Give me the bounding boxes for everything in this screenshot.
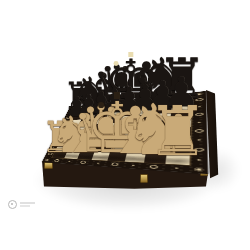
frame-ornament-icon: [80, 160, 87, 163]
frame-ornament-icon: [70, 112, 72, 113]
frame-ornament-icon: [197, 106, 200, 107]
finial-icon: [128, 52, 133, 57]
frame-ornament-icon: [64, 123, 66, 124]
finial-icon: [114, 61, 119, 66]
frame-ornament-icon: [97, 162, 100, 163]
watermark-logo: [8, 200, 35, 209]
square-h1: [165, 154, 189, 165]
square-f3: [129, 136, 149, 144]
square-h3: [168, 136, 191, 145]
frame-ornament-icon: [195, 93, 202, 96]
frame-ornament-icon: [197, 139, 201, 140]
square-g3: [147, 136, 168, 145]
frame-ornament-icon: [59, 134, 61, 135]
frame-ornament-icon: [45, 158, 50, 161]
frame-ornament-icon: [54, 140, 59, 142]
frame-ornament-icon: [68, 161, 70, 162]
watermark-text-illegible: [20, 202, 35, 206]
finial-icon: [114, 92, 120, 98]
frame-ornament-icon: [52, 147, 54, 148]
frame-ornament-icon: [194, 113, 203, 117]
square-f1: [125, 153, 146, 163]
square-h4: [169, 127, 191, 136]
product-photo-scene: ♜♞♝♛♚♝♞♜♟♟♟♟♟♟♟♟♟♟♟♟♟♟♟♟♜♞♝♛♚♝♞♜: [0, 0, 250, 250]
frame-ornament-icon: [149, 164, 158, 168]
watermark-circle-icon: [8, 200, 17, 209]
frame-ornament-icon: [54, 159, 60, 162]
frame-ornament-icon: [197, 122, 200, 123]
chess-board: [42, 91, 208, 174]
clasp-icon: [140, 174, 148, 183]
frame-ornament-icon: [131, 101, 133, 102]
frame-ornament-icon: [194, 167, 203, 171]
frame-ornament-icon: [195, 98, 203, 101]
frame-ornament-icon: [132, 164, 135, 166]
frame-ornament-icon: [194, 148, 204, 152]
frame-ornament-icon: [104, 104, 106, 105]
frame-ornament-icon: [70, 107, 74, 109]
square-g1: [144, 153, 167, 163]
frame-ornament-icon: [47, 153, 53, 156]
frame-ornament-icon: [111, 162, 119, 166]
frame-ornament-icon: [197, 159, 201, 161]
frame-ornament-icon: [175, 167, 179, 169]
frame-ornament-icon: [81, 107, 83, 108]
frame-ornament-icon: [163, 97, 166, 98]
frame-ornament-icon: [194, 129, 203, 133]
hinge-left-icon: [44, 162, 53, 169]
